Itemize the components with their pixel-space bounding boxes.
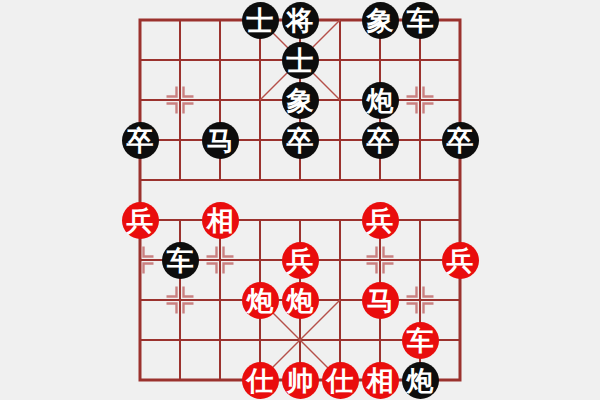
piece-black-soldier[interactable]: 卒 <box>282 122 319 159</box>
piece-black-soldier[interactable]: 卒 <box>442 122 479 159</box>
piece-red-soldier[interactable]: 兵 <box>442 242 479 279</box>
piece-black-advisor[interactable]: 士 <box>242 2 279 39</box>
piece-red-elephant[interactable]: 相 <box>362 362 399 399</box>
piece-black-soldier[interactable]: 卒 <box>122 122 159 159</box>
piece-red-elephant[interactable]: 相 <box>202 202 239 239</box>
piece-red-cannon[interactable]: 炮 <box>282 282 319 319</box>
piece-red-chariot[interactable]: 车 <box>402 322 439 359</box>
piece-black-advisor[interactable]: 士 <box>282 42 319 79</box>
xiangqi-board: 士将象车士象炮卒马卒卒卒兵相兵车兵兵炮炮马车仕帅仕相炮 <box>0 0 600 400</box>
piece-black-cannon[interactable]: 炮 <box>362 82 399 119</box>
piece-red-general[interactable]: 帅 <box>282 362 319 399</box>
piece-black-cannon[interactable]: 炮 <box>402 362 439 399</box>
piece-black-elephant[interactable]: 象 <box>282 82 319 119</box>
piece-red-advisor[interactable]: 仕 <box>242 362 279 399</box>
piece-red-soldier[interactable]: 兵 <box>122 202 159 239</box>
piece-black-general[interactable]: 将 <box>282 2 319 39</box>
piece-black-horse[interactable]: 马 <box>202 122 239 159</box>
piece-red-horse[interactable]: 马 <box>362 282 399 319</box>
piece-black-chariot[interactable]: 车 <box>402 2 439 39</box>
piece-red-advisor[interactable]: 仕 <box>322 362 359 399</box>
piece-red-soldier[interactable]: 兵 <box>362 202 399 239</box>
piece-red-soldier[interactable]: 兵 <box>282 242 319 279</box>
piece-black-chariot[interactable]: 车 <box>162 242 199 279</box>
piece-black-soldier[interactable]: 卒 <box>362 122 399 159</box>
pieces-layer: 士将象车士象炮卒马卒卒卒兵相兵车兵兵炮炮马车仕帅仕相炮 <box>120 0 480 400</box>
piece-black-elephant[interactable]: 象 <box>362 2 399 39</box>
piece-red-cannon[interactable]: 炮 <box>242 282 279 319</box>
